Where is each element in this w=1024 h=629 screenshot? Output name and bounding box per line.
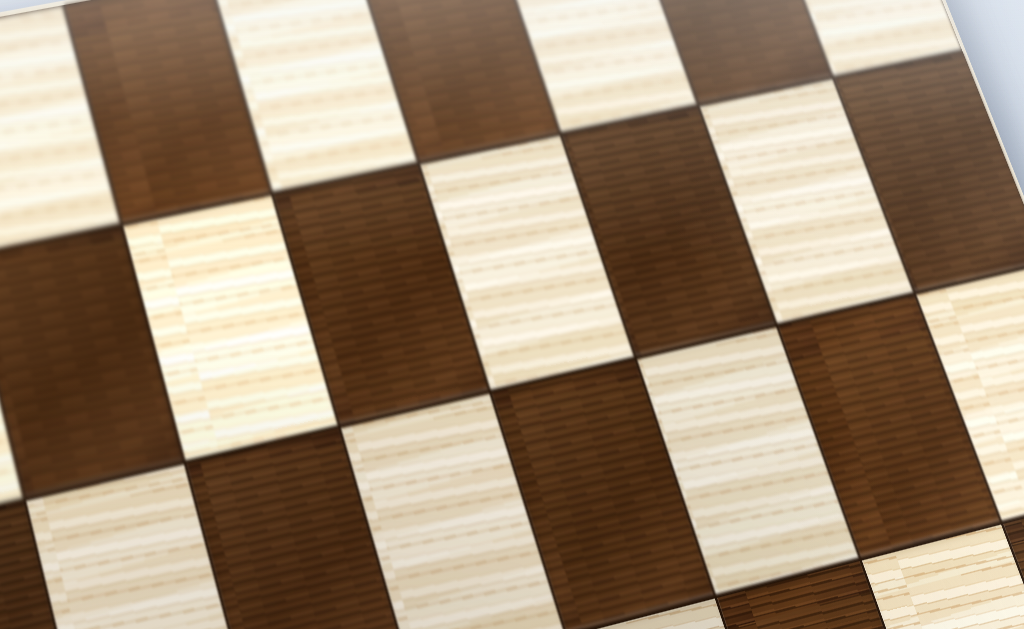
chess-board (0, 0, 1024, 629)
board-photo (0, 0, 1024, 629)
